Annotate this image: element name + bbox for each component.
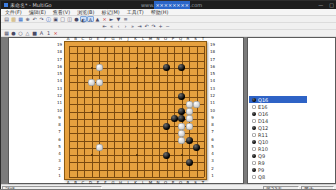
dropdown-icon[interactable]: ▼ — [115, 16, 122, 22]
coordinate-label: K — [133, 37, 138, 41]
black-stone-Q9 — [178, 115, 185, 122]
black-stone-Q12 — [178, 93, 185, 100]
coordinate-label: 6 — [209, 138, 216, 142]
coordinate-label: 13 — [56, 87, 63, 91]
coordinate-label: 6 — [56, 138, 63, 142]
square-mark-icon[interactable]: ■ — [31, 30, 38, 36]
black-stone-icon — [252, 112, 256, 116]
maximize-icon[interactable]: □ — [329, 1, 334, 9]
status-turn-indicator: 黑先 — [301, 186, 334, 190]
watermark-prefix: www. — [141, 1, 154, 9]
coordinate-label: 4 — [56, 152, 63, 156]
move-node-2[interactable]: E16 — [249, 103, 307, 110]
menu-item-3[interactable]: 查看(V) — [53, 9, 70, 15]
coordinate-label: B — [73, 37, 78, 41]
black-stone-icon — [252, 140, 256, 144]
coordinate-label: H — [118, 37, 123, 41]
move-label: R10 — [258, 146, 268, 152]
first-move-icon[interactable]: ⇤ — [101, 23, 108, 29]
move-node-12[interactable]: Q8 — [249, 173, 307, 180]
move-label: P9 — [258, 167, 264, 173]
alt-stone-icon[interactable]: ◐ — [80, 16, 87, 22]
coordinate-label: 1 — [209, 174, 216, 178]
minimize-icon[interactable]: — — [318, 1, 323, 9]
black-stone-icon[interactable]: ● — [73, 16, 80, 22]
info-icon[interactable]: ⓘ — [45, 16, 52, 22]
play-icon[interactable]: ► — [108, 16, 115, 22]
grid-line — [69, 148, 204, 149]
coordinate-label: 15 — [56, 72, 63, 76]
status-message: 就绪 — [2, 186, 102, 190]
black-stone-R3 — [186, 159, 193, 166]
coordinate-label: C — [81, 37, 86, 41]
move-label: O16 — [258, 111, 268, 117]
coordinate-label: S — [193, 37, 198, 41]
board-full-icon[interactable]: ▣ — [52, 16, 59, 22]
coordinate-label: 8 — [56, 123, 63, 127]
star-point — [136, 154, 138, 156]
black-stone-Q10 — [178, 108, 185, 115]
grid-line — [69, 162, 204, 163]
white-stone-icon — [252, 161, 256, 165]
white-stone-R8 — [186, 123, 193, 130]
white-stone-R11 — [186, 101, 193, 108]
menu-item-7[interactable]: 帮助(H) — [151, 9, 169, 15]
white-stone-Q7 — [178, 130, 185, 137]
coordinate-label: 19 — [56, 43, 63, 47]
star-point — [91, 111, 93, 113]
coordinate-label: G — [111, 37, 116, 41]
window-title: 未命名* - MultiGo — [10, 1, 52, 9]
coordinate-label: 8 — [209, 123, 216, 127]
black-stone-Q16 — [178, 64, 185, 71]
move-label: R9 — [258, 160, 265, 166]
white-stone-icon — [252, 175, 256, 179]
coordinate-label: 4 — [209, 152, 216, 156]
coordinate-label: 18 — [209, 50, 216, 54]
move-label: Q9 — [258, 153, 265, 159]
zoom-in-icon[interactable]: + — [157, 23, 164, 29]
black-stone-P9 — [171, 115, 178, 122]
prev-move-icon[interactable]: ‹ — [115, 23, 122, 29]
white-stone-Q8 — [178, 123, 185, 130]
move-node-5[interactable]: Q12 — [249, 124, 307, 131]
move-node-1[interactable]: Q16 — [249, 96, 307, 103]
coordinate-label: 11 — [209, 101, 216, 105]
coordinate-label: 10 — [56, 109, 63, 113]
coordinate-label: 16 — [56, 65, 63, 69]
multigo-window: 未命名* - MultiGo www. ×××××××× .com — □ 文件… — [0, 0, 336, 189]
white-stone-R9 — [186, 115, 193, 122]
coordinate-label: J — [126, 37, 131, 41]
move-label: R11 — [258, 132, 268, 138]
insert-icon[interactable]: ⊕ — [24, 16, 31, 22]
black-stone-icon — [252, 126, 256, 130]
white-stone-icon — [252, 133, 256, 137]
coordinate-label: 18 — [56, 50, 63, 54]
black-stone-tool-icon[interactable]: ● — [10, 30, 17, 36]
menu-item-2[interactable]: 编辑(E) — [29, 9, 46, 15]
move-tree-panel: Q16E16O16D14Q12R11Q10R10Q9R9P9Q8 — [247, 37, 336, 184]
black-stone-S5 — [193, 144, 200, 151]
redo-icon[interactable]: ↷ — [38, 16, 45, 22]
coordinate-label: T — [201, 37, 206, 41]
grid-line — [152, 46, 153, 177]
toolbar-edit: ▦●○△■A1× — [1, 30, 336, 37]
coordinate-label: O — [163, 37, 168, 41]
zoom-out-icon[interactable]: − — [164, 23, 171, 29]
coordinate-label: 13 — [209, 87, 216, 91]
black-stone-O16 — [163, 64, 170, 71]
coordinate-label: N — [156, 37, 161, 41]
watermark-highlight: ×××××××× — [154, 1, 190, 9]
black-stone-icon — [252, 98, 256, 102]
grid-line — [69, 170, 204, 171]
branch-down-icon[interactable]: ↷ — [150, 23, 157, 29]
grid-line — [174, 46, 175, 177]
coordinate-label: 19 — [209, 43, 216, 47]
move-node-6[interactable]: R11 — [249, 131, 307, 138]
move-node-4[interactable]: D14 — [249, 117, 307, 124]
branch-up-icon[interactable]: ↶ — [143, 23, 150, 29]
coordinate-label: 5 — [209, 145, 216, 149]
status-move-counter: 第23手 — [263, 186, 299, 190]
move-label: Q10 — [258, 139, 268, 145]
coordinate-label: 7 — [56, 130, 63, 134]
board-panel: AABBCCDDEEFFGGHHJJKKLLMMNNOOPPQQRRSSTT19… — [8, 37, 244, 184]
coordinate-label: 11 — [56, 101, 63, 105]
coordinate-label: D — [88, 37, 93, 41]
black-stone-icon — [252, 168, 256, 172]
white-stone-icon — [252, 105, 256, 109]
move-node-7[interactable]: Q10 — [249, 138, 307, 145]
delete-mark-icon[interactable]: × — [52, 30, 59, 36]
coordinate-label: 14 — [209, 79, 216, 83]
white-stone-icon — [252, 119, 256, 123]
grid-line — [197, 46, 198, 177]
move-label: Q12 — [258, 125, 268, 131]
toolbar-navigation: ⇤«‹›»⇥↶↷+− — [1, 23, 336, 30]
white-stone-E14 — [96, 79, 103, 86]
coordinate-label: 12 — [209, 94, 216, 98]
move-label: D14 — [258, 118, 268, 124]
menu-item-6[interactable]: 工具(T) — [127, 9, 144, 15]
coordinate-label: 15 — [209, 72, 216, 76]
menu-item-5[interactable]: 标记(M) — [102, 9, 120, 15]
black-stone-icon — [252, 154, 256, 158]
move-node-9[interactable]: Q9 — [249, 152, 307, 159]
star-point — [136, 111, 138, 113]
fast-forward-icon[interactable]: » — [129, 23, 136, 29]
coordinate-label: A — [66, 37, 71, 41]
watermark-suffix: .com — [190, 1, 202, 9]
move-node-8[interactable]: R10 — [249, 145, 307, 152]
white-stone-R10 — [186, 108, 193, 115]
grid-line — [204, 46, 205, 177]
watermark: www. ×××××××× .com — [141, 1, 202, 9]
star-point — [136, 67, 138, 69]
coordinate-label: 5 — [56, 145, 63, 149]
coordinate-label: Q — [178, 37, 183, 41]
coordinate-label: 17 — [209, 58, 216, 62]
next-move-icon[interactable]: › — [122, 23, 129, 29]
coordinate-label: 3 — [56, 159, 63, 163]
board-tool-icon[interactable]: ▦ — [3, 30, 10, 36]
coordinate-label: 14 — [56, 79, 63, 83]
move-node-11[interactable]: P9 — [249, 166, 307, 173]
menu-item-1[interactable]: 文件(F) — [5, 9, 22, 15]
board-half-icon[interactable]: ◫ — [66, 16, 73, 22]
coordinate-label: 16 — [209, 65, 216, 69]
fast-back-icon[interactable]: « — [108, 23, 115, 29]
coordinate-label: 9 — [56, 116, 63, 120]
new-file-icon[interactable]: ▤ — [3, 16, 10, 22]
move-label: E16 — [258, 104, 268, 110]
move-node-3[interactable]: O16 — [249, 110, 307, 117]
save-icon[interactable]: ▦ — [17, 16, 24, 22]
grid-line — [69, 177, 204, 178]
white-stone-icon — [252, 147, 256, 151]
black-stone-O8 — [163, 123, 170, 130]
coordinate-label: 7 — [209, 130, 216, 134]
status-bar: 就绪 第23手 黑先 — [1, 184, 336, 189]
black-stone-R6 — [186, 137, 193, 144]
white-stone-tool-icon[interactable]: ○ — [17, 30, 24, 36]
move-label: Q16 — [258, 97, 268, 103]
letter-mark-icon[interactable]: A — [38, 30, 45, 36]
triangle-icon[interactable]: ▲ — [94, 16, 101, 22]
coordinate-label: 3 — [209, 159, 216, 163]
triangle-mark-icon[interactable]: △ — [24, 30, 31, 36]
coordinate-label: 17 — [56, 58, 63, 62]
label-tool-icon[interactable]: A — [87, 16, 94, 22]
grid-line — [144, 46, 145, 177]
coordinate-label: 1 — [56, 174, 63, 178]
list-icon[interactable]: ≡ — [122, 16, 129, 22]
coordinate-label: F — [103, 37, 108, 41]
open-folder-icon[interactable]: ▥ — [10, 16, 17, 22]
star-point — [91, 67, 93, 69]
star-point — [181, 154, 183, 156]
star-point — [91, 154, 93, 156]
app-icon — [4, 3, 8, 7]
coordinate-label: 2 — [209, 167, 216, 171]
coordinate-label: 10 — [209, 109, 216, 113]
coordinate-label: 12 — [56, 94, 63, 98]
white-stone-E16 — [96, 64, 103, 71]
menu-item-4[interactable]: 浏览(B) — [77, 9, 94, 15]
move-label: Q8 — [258, 174, 265, 180]
white-stone-Q6 — [178, 137, 185, 144]
workspace: AABBCCDDEEFFGGHHJJKKLLMMNNOOPPQQRRSSTT19… — [1, 37, 336, 184]
coordinate-label: 9 — [209, 116, 216, 120]
grid-line — [159, 46, 160, 177]
white-stone-D14 — [88, 79, 95, 86]
number-mark-icon[interactable]: 1 — [45, 30, 52, 36]
coordinate-label: 2 — [56, 167, 63, 171]
coordinate-label: R — [186, 37, 191, 41]
coordinate-label: P — [171, 37, 176, 41]
white-stone-E5 — [96, 144, 103, 151]
title-bar: 未命名* - MultiGo www. ×××××××× .com — □ — [1, 1, 336, 9]
board-empty-icon[interactable]: □ — [59, 16, 66, 22]
go-board[interactable] — [64, 41, 207, 180]
move-node-10[interactable]: R9 — [249, 159, 307, 166]
white-stone-S11 — [193, 101, 200, 108]
toolbar-main: ▤▥▦⊕↶↷ⓘ▣□◫●◐A▲×►▼≡ — [1, 16, 336, 23]
menu-bar: 文件(F)编辑(E)查看(V)浏览(B)标记(M)工具(T)帮助(H) — [1, 9, 336, 16]
coordinate-label: M — [148, 37, 153, 41]
undo-icon[interactable]: ↶ — [31, 16, 38, 22]
black-stone-O4 — [163, 152, 170, 159]
coordinate-label: L — [141, 37, 146, 41]
last-move-icon[interactable]: ⇥ — [136, 23, 143, 29]
coordinate-label: E — [96, 37, 101, 41]
delete-icon[interactable]: × — [101, 16, 108, 22]
